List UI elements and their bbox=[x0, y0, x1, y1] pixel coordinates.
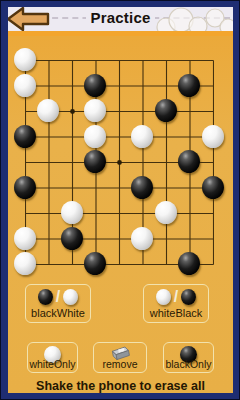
board-intersection[interactable] bbox=[130, 174, 154, 200]
board-intersection[interactable] bbox=[83, 98, 107, 124]
board-intersection[interactable] bbox=[177, 123, 201, 149]
white-only-label: whiteOnly bbox=[29, 359, 75, 370]
board-intersection[interactable] bbox=[201, 149, 225, 175]
white-stone bbox=[155, 201, 177, 224]
board-intersection[interactable] bbox=[154, 98, 178, 124]
white-black-label: whiteBlack bbox=[150, 307, 203, 319]
board-intersection[interactable] bbox=[107, 72, 131, 98]
white-stone bbox=[84, 125, 106, 148]
board-intersection[interactable] bbox=[107, 123, 131, 149]
black-white-button[interactable]: / blackWhite bbox=[25, 284, 91, 323]
shake-hint: Shake the phone to erase all bbox=[8, 379, 233, 393]
board-intersection[interactable] bbox=[13, 123, 37, 149]
black-stone bbox=[178, 150, 200, 173]
white-stone bbox=[131, 227, 153, 250]
board-intersection[interactable] bbox=[60, 72, 84, 98]
board-intersection[interactable] bbox=[83, 200, 107, 226]
board-intersection[interactable] bbox=[107, 200, 131, 226]
header: Practice bbox=[8, 7, 233, 31]
board-intersection[interactable] bbox=[60, 123, 84, 149]
white-stone bbox=[14, 227, 36, 250]
board-intersection[interactable] bbox=[13, 251, 37, 277]
board-intersection[interactable] bbox=[83, 47, 107, 73]
black-stone bbox=[131, 176, 153, 199]
board-intersection[interactable] bbox=[154, 47, 178, 73]
white-stone bbox=[61, 201, 83, 224]
board-intersection[interactable] bbox=[83, 174, 107, 200]
board-intersection[interactable] bbox=[130, 149, 154, 175]
black-stone bbox=[202, 176, 224, 199]
go-board[interactable] bbox=[13, 47, 225, 277]
board-intersection[interactable] bbox=[107, 98, 131, 124]
board-intersection[interactable] bbox=[154, 225, 178, 251]
black-stone bbox=[178, 252, 200, 275]
board-intersection[interactable] bbox=[83, 149, 107, 175]
white-stone bbox=[14, 74, 36, 97]
board-intersection[interactable] bbox=[177, 72, 201, 98]
board-intersection[interactable] bbox=[154, 72, 178, 98]
board-intersection[interactable] bbox=[130, 72, 154, 98]
white-stone bbox=[14, 252, 36, 275]
remove-button[interactable]: remove bbox=[93, 342, 147, 373]
board-intersection[interactable] bbox=[13, 225, 37, 251]
board-intersection[interactable] bbox=[13, 200, 37, 226]
board-intersection[interactable] bbox=[154, 174, 178, 200]
board-intersection[interactable] bbox=[13, 149, 37, 175]
black-only-label: blackOnly bbox=[165, 359, 211, 370]
white-stone bbox=[131, 125, 153, 148]
board-intersection[interactable] bbox=[130, 98, 154, 124]
board-intersection[interactable] bbox=[177, 225, 201, 251]
black-stone bbox=[84, 150, 106, 173]
board-intersection[interactable] bbox=[130, 251, 154, 277]
app-screen: Practice / blackWhite / bbox=[8, 7, 233, 393]
board-intersection[interactable] bbox=[60, 47, 84, 73]
board-intersection[interactable] bbox=[13, 47, 37, 73]
board-intersection[interactable] bbox=[177, 200, 201, 226]
board-intersection[interactable] bbox=[130, 225, 154, 251]
black-stone bbox=[84, 252, 106, 275]
device-frame: Practice / blackWhite / bbox=[1, 1, 239, 399]
black-stone-icon bbox=[38, 289, 53, 305]
black-stone bbox=[14, 125, 36, 148]
remove-label: remove bbox=[102, 359, 137, 370]
board-intersection[interactable] bbox=[36, 72, 60, 98]
board-intersection[interactable] bbox=[201, 200, 225, 226]
board-intersection[interactable] bbox=[154, 200, 178, 226]
board-intersection[interactable] bbox=[60, 98, 84, 124]
board-intersection[interactable] bbox=[107, 47, 131, 73]
black-stone bbox=[14, 176, 36, 199]
board-intersection[interactable] bbox=[201, 123, 225, 149]
board-intersection[interactable] bbox=[36, 174, 60, 200]
board-intersection[interactable] bbox=[60, 149, 84, 175]
board-intersection[interactable] bbox=[36, 225, 60, 251]
board-intersection[interactable] bbox=[107, 149, 131, 175]
board-intersection[interactable] bbox=[201, 174, 225, 200]
board-intersection[interactable] bbox=[36, 123, 60, 149]
board-intersection[interactable] bbox=[36, 98, 60, 124]
board-intersection[interactable] bbox=[177, 251, 201, 277]
board-intersection[interactable] bbox=[36, 149, 60, 175]
board-intersection[interactable] bbox=[177, 149, 201, 175]
white-only-button[interactable]: whiteOnly bbox=[27, 342, 78, 373]
black-stone bbox=[178, 74, 200, 97]
white-stone bbox=[14, 48, 36, 71]
board-intersection[interactable] bbox=[60, 174, 84, 200]
white-stone-icon bbox=[156, 289, 171, 305]
board-intersection[interactable] bbox=[36, 251, 60, 277]
board-intersection[interactable] bbox=[83, 225, 107, 251]
board-intersection[interactable] bbox=[201, 251, 225, 277]
board-intersection[interactable] bbox=[201, 225, 225, 251]
board-intersection[interactable] bbox=[177, 98, 201, 124]
black-only-button[interactable]: blackOnly bbox=[163, 342, 214, 373]
board-intersection[interactable] bbox=[83, 251, 107, 277]
back-button[interactable] bbox=[8, 7, 52, 34]
white-stone-icon bbox=[63, 289, 78, 305]
board-intersection[interactable] bbox=[83, 72, 107, 98]
black-stone bbox=[84, 74, 106, 97]
board-intersection[interactable] bbox=[60, 225, 84, 251]
board-intersection[interactable] bbox=[201, 47, 225, 73]
board-intersection[interactable] bbox=[130, 47, 154, 73]
board-intersection[interactable] bbox=[177, 174, 201, 200]
board-intersection[interactable] bbox=[201, 98, 225, 124]
slash-separator: / bbox=[174, 290, 178, 304]
board-intersection[interactable] bbox=[13, 72, 37, 98]
board-intersection[interactable] bbox=[201, 72, 225, 98]
board-intersection[interactable] bbox=[60, 251, 84, 277]
board-intersection[interactable] bbox=[107, 174, 131, 200]
board-intersection[interactable] bbox=[154, 149, 178, 175]
white-stone bbox=[84, 99, 106, 122]
white-stone bbox=[202, 125, 224, 148]
black-stone-icon bbox=[181, 289, 196, 305]
board-intersection[interactable] bbox=[154, 251, 178, 277]
black-stone bbox=[155, 99, 177, 122]
board-intersection[interactable] bbox=[154, 123, 178, 149]
slash-separator: / bbox=[56, 290, 60, 304]
board-intersection[interactable] bbox=[83, 123, 107, 149]
board-intersection[interactable] bbox=[60, 200, 84, 226]
board-intersection[interactable] bbox=[130, 200, 154, 226]
board-intersection[interactable] bbox=[107, 225, 131, 251]
white-black-button[interactable]: / whiteBlack bbox=[143, 284, 209, 323]
board-intersection[interactable] bbox=[13, 98, 37, 124]
board-intersection[interactable] bbox=[107, 251, 131, 277]
board-intersection[interactable] bbox=[36, 47, 60, 73]
black-white-label: blackWhite bbox=[31, 307, 85, 319]
black-stone bbox=[61, 227, 83, 250]
back-arrow-icon bbox=[8, 8, 48, 30]
board-intersection[interactable] bbox=[36, 200, 60, 226]
white-stone bbox=[37, 99, 59, 122]
board-intersection[interactable] bbox=[130, 123, 154, 149]
board-intersection[interactable] bbox=[13, 174, 37, 200]
board-intersection[interactable] bbox=[177, 47, 201, 73]
